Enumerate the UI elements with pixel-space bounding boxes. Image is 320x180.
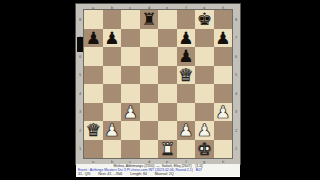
square-h8 xyxy=(214,10,233,29)
white-queen-f5: ♛ xyxy=(177,66,196,85)
square-g3 xyxy=(195,103,214,122)
square-h4 xyxy=(214,84,233,103)
black-pawn-f6: ♟ xyxy=(177,47,196,66)
white-pawn-f2: ♟ xyxy=(177,121,196,140)
square-c8 xyxy=(121,10,140,29)
white-pawn-g2: ♟ xyxy=(195,121,214,140)
square-c5 xyxy=(121,66,140,85)
video-frame: { "game": "chess", "position": { "fen": … xyxy=(0,0,320,180)
square-e4 xyxy=(158,84,177,103)
square-e6 xyxy=(158,47,177,66)
white-king-g1: ♚ xyxy=(195,140,214,159)
square-d5 xyxy=(140,66,159,85)
square-g6 xyxy=(195,47,214,66)
square-e8 xyxy=(158,10,177,29)
side-to-move-indicator xyxy=(77,37,83,52)
square-h5 xyxy=(214,66,233,85)
rank-label-label-4: 4 xyxy=(232,84,240,103)
square-b1 xyxy=(103,140,122,159)
rank-labels-left: 87654321 xyxy=(76,10,84,158)
square-a6 xyxy=(84,47,103,66)
rank-label-label-1: 1 xyxy=(76,140,84,159)
white-pawn-b2: ♟ xyxy=(103,121,122,140)
chess-board-widget: abcdefgh abcdefgh 87654321 87654321 ♜♚♟♟… xyxy=(76,4,240,176)
square-h6 xyxy=(214,47,233,66)
black-pawn-f7: ♟ xyxy=(177,29,196,48)
rank-label-label-5: 5 xyxy=(232,66,240,85)
square-e3 xyxy=(158,103,177,122)
white-queen-a2: ♛ xyxy=(84,121,103,140)
square-f4 xyxy=(177,84,196,103)
square-e7 xyxy=(158,29,177,48)
square-g5 xyxy=(195,66,214,85)
black-pawn-b7: ♟ xyxy=(103,29,122,48)
white-rook-e1: ♜ xyxy=(158,140,177,159)
rank-label-label-8: 8 xyxy=(232,10,240,29)
square-d6 xyxy=(140,47,159,66)
square-e5 xyxy=(158,66,177,85)
square-e2 xyxy=(158,121,177,140)
rank-label-label-3: 3 xyxy=(232,103,240,122)
square-a5 xyxy=(84,66,103,85)
square-b8 xyxy=(103,10,122,29)
rank-label-label-1: 1 xyxy=(232,140,240,159)
black-pawn-h7: ♟ xyxy=(214,29,233,48)
rank-label-label-3: 3 xyxy=(76,103,84,122)
square-f1 xyxy=(177,140,196,159)
white-pawn-c3: ♟ xyxy=(121,103,140,122)
square-g4 xyxy=(195,84,214,103)
square-c6 xyxy=(121,47,140,66)
moves-line: 41. Qf5 Next: 41. ...Rd1 Length: 84 Mate… xyxy=(76,172,240,176)
square-d4 xyxy=(140,84,159,103)
square-d1 xyxy=(140,140,159,159)
square-c2 xyxy=(121,121,140,140)
square-c4 xyxy=(121,84,140,103)
rank-label-label-2: 2 xyxy=(76,121,84,140)
rank-label-label-5: 5 xyxy=(76,66,84,85)
black-pawn-a7: ♟ xyxy=(84,29,103,48)
square-c7 xyxy=(121,29,140,48)
square-c1 xyxy=(121,140,140,159)
rank-label-label-7: 7 xyxy=(232,29,240,48)
square-b5 xyxy=(103,66,122,85)
rank-labels-right: 87654321 xyxy=(232,10,240,158)
black-rook-d8: ♜ xyxy=(140,10,159,29)
square-a8 xyxy=(84,10,103,29)
square-b6 xyxy=(103,47,122,66)
rank-label-label-2: 2 xyxy=(232,121,240,140)
square-d2 xyxy=(140,121,159,140)
square-d7 xyxy=(140,29,159,48)
rank-label-label-4: 4 xyxy=(76,84,84,103)
square-f8 xyxy=(177,10,196,29)
board-grid: ♜♚♟♟♟♟♟♛♟♟♛♟♟♟♜♚ xyxy=(84,10,232,158)
square-a4 xyxy=(84,84,103,103)
square-f3 xyxy=(177,103,196,122)
square-b3 xyxy=(103,103,122,122)
caption-bar: Mishra, Abhimanyu (2550) — Safarli, Elta… xyxy=(76,164,240,177)
white-pawn-h3: ♟ xyxy=(214,103,233,122)
board-frame: abcdefgh abcdefgh 87654321 87654321 ♜♚♟♟… xyxy=(76,4,240,164)
square-b4 xyxy=(103,84,122,103)
square-h2 xyxy=(214,121,233,140)
rank-label-label-6: 6 xyxy=(232,47,240,66)
square-a1 xyxy=(84,140,103,159)
square-d3 xyxy=(140,103,159,122)
rank-label-label-8: 8 xyxy=(76,10,84,29)
square-a3 xyxy=(84,103,103,122)
black-king-g8: ♚ xyxy=(195,10,214,29)
square-g7 xyxy=(195,29,214,48)
square-h1 xyxy=(214,140,233,159)
